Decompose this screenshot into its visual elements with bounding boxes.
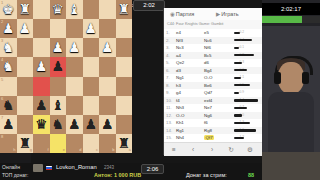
move-number: 8. xyxy=(166,82,174,90)
file-label: a xyxy=(129,148,131,152)
white-move[interactable]: a4 xyxy=(176,52,202,60)
black-knight: ♞ xyxy=(50,115,67,134)
square-c2[interactable]: ♟ xyxy=(83,19,100,38)
square-f8[interactable]: f xyxy=(33,134,50,153)
file-label: c xyxy=(96,148,98,152)
white-move[interactable]: g4 xyxy=(176,89,202,97)
square-h6[interactable]: 6♞ xyxy=(0,96,17,115)
toolbar-icon-0[interactable]: ≡ xyxy=(168,143,180,156)
square-f7[interactable]: ♛ xyxy=(33,115,50,134)
move-row: 7.Ng1O-O-1.1 xyxy=(164,74,263,82)
black-pawn: ♟ xyxy=(83,115,100,134)
square-f6[interactable]: ♟ xyxy=(33,96,50,115)
move-row: 13.Kh1f6-1.3 xyxy=(164,119,263,127)
eval-bar xyxy=(234,114,242,116)
black-pawn: ♟ xyxy=(50,57,67,76)
square-a7[interactable] xyxy=(116,115,133,134)
white-move[interactable]: Nh3 xyxy=(176,104,202,112)
move-row: 1.e4e5+0.2 xyxy=(164,29,263,37)
move-row: 6.d3Bg4-0.6 xyxy=(164,67,263,75)
tab-play[interactable]: ▶Играть xyxy=(216,8,239,20)
move-number: 12. xyxy=(166,112,174,120)
square-h2[interactable]: 2♟ xyxy=(0,19,17,38)
move-row: 2.Nf3Nc6-0.4 xyxy=(164,37,263,45)
rank-label: 8 xyxy=(1,135,3,139)
streamer-face xyxy=(278,62,304,94)
move-number: 13. xyxy=(166,119,174,127)
rank-label: 1 xyxy=(1,1,3,5)
square-c7[interactable]: ♟ xyxy=(83,115,100,134)
black-move[interactable]: Bg4 xyxy=(204,67,230,75)
desk-area xyxy=(262,152,320,180)
stream-screen: GM sobolek 2721 2:02 1♚♜♛♝♜2♟♟♟3♞♟♟♟4♞♟♟… xyxy=(0,0,320,180)
square-c6[interactable] xyxy=(83,96,100,115)
white-move[interactable]: Rg1 xyxy=(176,127,202,135)
headphone-cup-right xyxy=(302,72,309,84)
square-c1[interactable] xyxy=(83,0,100,19)
square-a8[interactable]: a♜ xyxy=(116,134,133,153)
move-row: 3.Nc3Nf6+0.1 xyxy=(164,44,263,52)
move-row: 12.O-ONg6-1.0 xyxy=(164,112,263,120)
eval-bar xyxy=(234,137,244,139)
square-g5[interactable] xyxy=(17,77,34,96)
bottom-player-name: Lovkon_Roman xyxy=(56,164,97,170)
move-row: 4.a4Bc5-0.8 xyxy=(164,52,263,60)
square-e6[interactable]: ♝ xyxy=(50,96,67,115)
white-pawn: ♟ xyxy=(50,38,67,57)
white-pawn: ♟ xyxy=(17,19,34,38)
white-pawn: ♟ xyxy=(33,57,50,76)
move-number: 15. xyxy=(166,134,174,142)
white-move[interactable]: Nh4 xyxy=(176,134,202,142)
move-number: 4. xyxy=(166,52,174,60)
analysis-panel: ◉Партия ▶Играть C44: Four Knights Game: … xyxy=(163,8,263,155)
eval-bar xyxy=(234,32,240,34)
black-move[interactable]: d6 xyxy=(204,59,230,67)
move-number: 14. xyxy=(166,127,174,135)
black-move[interactable]: exf4 xyxy=(204,97,230,105)
square-f4[interactable]: ♟ xyxy=(33,57,50,76)
black-move[interactable]: Nf6 xyxy=(204,44,230,52)
eval-bar xyxy=(234,47,239,49)
square-e5[interactable] xyxy=(50,77,67,96)
tab-game[interactable]: ◉Партия xyxy=(170,8,194,20)
black-pawn: ♟ xyxy=(99,115,116,134)
white-move[interactable]: Nf3 xyxy=(176,37,202,45)
square-g3[interactable] xyxy=(17,38,34,57)
move-number: 10. xyxy=(166,97,174,105)
move-number: 11. xyxy=(166,104,174,112)
white-move[interactable]: Ng1 xyxy=(176,74,202,82)
game-tab-icon: ◉ xyxy=(170,11,175,17)
square-h5[interactable]: 5 xyxy=(0,77,17,96)
square-g2[interactable]: ♟ xyxy=(17,19,34,38)
move-row: 9.g4Qd7-0.9 xyxy=(164,89,263,97)
square-g8[interactable]: g♜ xyxy=(17,134,34,153)
square-c5[interactable] xyxy=(83,77,100,96)
move-number: 6. xyxy=(166,67,174,75)
top-donation-label: ТОП донат: xyxy=(2,172,29,178)
white-move[interactable]: O-O xyxy=(176,112,202,120)
black-pawn: ♟ xyxy=(33,96,50,115)
black-pawn: ♟ xyxy=(66,115,83,134)
square-h1[interactable]: 1♚ xyxy=(0,0,17,19)
toolbar-icon-2[interactable]: › xyxy=(206,143,218,156)
move-number: 1. xyxy=(166,29,174,37)
black-move[interactable]: Rg8 xyxy=(204,127,230,135)
bottom-player-rating: 2343 xyxy=(104,165,114,170)
white-rook: ♜ xyxy=(17,0,34,19)
black-move[interactable]: e5 xyxy=(204,29,230,37)
donation-message: Антон: 1 000 RUB xyxy=(94,172,141,178)
black-move[interactable]: Qf7 xyxy=(204,134,230,142)
rank-label: 4 xyxy=(1,58,3,62)
move-number: 7. xyxy=(166,74,174,82)
white-move[interactable]: d3 xyxy=(176,67,202,75)
eval-bar xyxy=(234,92,239,94)
square-c4[interactable] xyxy=(83,57,100,76)
headphone-cup-left xyxy=(274,72,281,84)
flag-icon xyxy=(46,166,52,170)
square-g1[interactable]: ♜ xyxy=(17,0,34,19)
black-bishop: ♝ xyxy=(50,96,67,115)
square-b7[interactable]: ♟ xyxy=(99,115,116,134)
black-move[interactable]: Ng6 xyxy=(204,112,230,120)
square-e8[interactable]: e xyxy=(50,134,67,153)
square-f2[interactable] xyxy=(33,19,50,38)
square-b5[interactable] xyxy=(99,77,116,96)
black-clock: 2:06 xyxy=(141,164,164,174)
white-pawn: ♟ xyxy=(83,19,100,38)
white-move[interactable]: Kh1 xyxy=(176,119,202,127)
white-move[interactable]: e4 xyxy=(176,29,202,37)
square-c3[interactable] xyxy=(83,38,100,57)
square-h7[interactable]: 7♟ xyxy=(0,115,17,134)
move-row: 10.f4exf4-1.4 xyxy=(164,97,263,105)
donation-goal-fill xyxy=(262,16,302,23)
square-c8[interactable]: c xyxy=(83,134,100,153)
white-move[interactable]: Qe2 xyxy=(176,59,202,67)
black-move[interactable]: f6 xyxy=(204,119,230,127)
square-b4[interactable] xyxy=(99,57,116,76)
streamer-body xyxy=(268,92,314,152)
avatar xyxy=(33,164,43,172)
square-h8[interactable]: 8h xyxy=(0,134,17,153)
stream-donation-value: 88 xyxy=(248,172,254,178)
toolbar-icon-1[interactable]: ‹ xyxy=(187,143,199,156)
square-b3[interactable]: ♟ xyxy=(99,38,116,57)
online-label: Онлайн xyxy=(2,164,20,170)
square-a5[interactable] xyxy=(116,77,133,96)
move-row: 14.Rg1Rg8-1.6 xyxy=(164,127,263,135)
square-a3[interactable] xyxy=(116,38,133,57)
square-e2[interactable] xyxy=(50,19,67,38)
file-label: e xyxy=(63,148,65,152)
white-bishop: ♝ xyxy=(66,0,83,19)
white-move[interactable]: Nc3 xyxy=(176,44,202,52)
square-b1[interactable] xyxy=(99,0,116,19)
move-number: 2. xyxy=(166,37,174,45)
donation-goal-bar xyxy=(262,16,320,23)
move-number: 3. xyxy=(166,44,174,52)
rank-label: 2 xyxy=(1,20,3,24)
bottom-player-bar: Онлайн ТОП донат: Lovkon_Roman 2343 2:06… xyxy=(0,163,262,180)
square-a4[interactable] xyxy=(116,57,133,76)
square-e4[interactable]: ♟ xyxy=(50,57,67,76)
move-list: 1.e4e5+0.22.Nf3Nc6-0.43.Nc3Nf6+0.14.a4Bc… xyxy=(164,29,263,142)
black-move[interactable]: Ne7 xyxy=(204,104,230,112)
eval-bar xyxy=(234,107,247,109)
square-f5[interactable] xyxy=(33,77,50,96)
file-label: d xyxy=(79,148,81,152)
move-row: 5.Qe2d6-0.3 xyxy=(164,59,263,67)
square-h3[interactable]: 3♞ xyxy=(0,38,17,57)
rank-label: 3 xyxy=(1,39,3,43)
white-pawn: ♟ xyxy=(66,38,83,57)
chess-board[interactable]: 1♚♜♛♝♜2♟♟♟3♞♟♟♟4♞♟♟56♞♟♝7♟♛♞♟♟♟8hg♜fedcb… xyxy=(0,0,132,153)
white-rook: ♜ xyxy=(116,0,133,19)
square-b2[interactable] xyxy=(99,19,116,38)
square-a2[interactable] xyxy=(116,19,133,38)
square-d8[interactable]: d xyxy=(66,134,83,153)
move-row: 8.h3Be6-0.5 xyxy=(164,82,263,90)
square-d2[interactable] xyxy=(66,19,83,38)
black-move[interactable]: Qd7 xyxy=(204,89,230,97)
file-label: h xyxy=(13,148,15,152)
square-d5[interactable] xyxy=(66,77,83,96)
square-d6[interactable] xyxy=(66,96,83,115)
white-queen: ♛ xyxy=(50,0,67,19)
black-queen: ♛ xyxy=(33,115,50,134)
eval-bar xyxy=(234,77,241,79)
square-e1[interactable]: ♛ xyxy=(50,0,67,19)
eval-bar xyxy=(234,122,250,124)
square-h4[interactable]: 4♞ xyxy=(0,57,17,76)
square-d4[interactable] xyxy=(66,57,83,76)
white-move[interactable]: f4 xyxy=(176,97,202,105)
move-number: 5. xyxy=(166,59,174,67)
black-move[interactable]: Be6 xyxy=(204,82,230,90)
square-b6[interactable] xyxy=(99,96,116,115)
square-f1[interactable] xyxy=(33,0,50,19)
file-label: b xyxy=(112,148,114,152)
square-e3[interactable]: ♟ xyxy=(50,38,67,57)
move-row: 15.Nh4Qf7-1.2 xyxy=(164,134,263,142)
stream-donation-label: Донат за стрим: xyxy=(186,172,227,178)
square-e7[interactable]: ♞ xyxy=(50,115,67,134)
square-d3[interactable]: ♟ xyxy=(66,38,83,57)
black-move[interactable]: O-O xyxy=(204,74,230,82)
white-move[interactable]: h3 xyxy=(176,82,202,90)
file-label: f xyxy=(47,148,48,152)
play-tab-icon: ▶ xyxy=(216,11,220,17)
square-g4[interactable] xyxy=(17,57,34,76)
webcam-feed: 2:02:17 xyxy=(262,0,320,180)
rank-label: 5 xyxy=(1,78,3,82)
eval-bar xyxy=(234,99,258,101)
panel-toolbar: ≡‹›↻⚙ xyxy=(164,142,263,156)
eval-bar xyxy=(234,129,256,131)
white-clock: 2:02 xyxy=(133,0,165,11)
opening-name: C44: Four Knights Game: Gambit xyxy=(164,20,263,29)
toolbar-icon-3[interactable]: ↻ xyxy=(225,143,237,156)
move-row: 11.Nh3Ne7-0.7 xyxy=(164,104,263,112)
square-d7[interactable]: ♟ xyxy=(66,115,83,134)
square-b8[interactable]: b xyxy=(99,134,116,153)
square-f3[interactable] xyxy=(33,38,50,57)
black-move[interactable]: Nc6 xyxy=(204,37,230,45)
move-number: 9. xyxy=(166,89,174,97)
rank-label: 7 xyxy=(1,116,3,120)
file-label: g xyxy=(30,148,32,152)
square-a6[interactable] xyxy=(116,96,133,115)
square-g7[interactable] xyxy=(17,115,34,134)
square-g6[interactable] xyxy=(17,96,34,115)
toolbar-icon-4[interactable]: ⚙ xyxy=(244,143,256,156)
square-a1[interactable]: ♜ xyxy=(116,0,133,19)
black-move[interactable]: Bc5 xyxy=(204,52,230,60)
white-pawn: ♟ xyxy=(99,38,116,57)
eval-bar xyxy=(234,62,242,64)
square-d1[interactable]: ♝ xyxy=(66,0,83,19)
stream-timer: 2:02:17 xyxy=(262,3,320,15)
rank-label: 6 xyxy=(1,97,3,101)
